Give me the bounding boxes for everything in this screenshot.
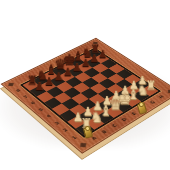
photo-stage: 87654321 ♜♞♝♛♚♝♞♜♟♟♟♟♟♟♟♟♟♟♟♟♟♟♟♟♜♞♝♛♚♝♞… [0, 0, 170, 170]
product-photo: 87654321 ♜♞♝♛♚♝♞♜♟♟♟♟♟♟♟♟♟♟♟♟♟♟♟♟♜♞♝♛♚♝♞… [0, 0, 170, 170]
piece-black-pawn: ♟ [31, 81, 47, 92]
frame-corner-ornament [165, 88, 170, 94]
square-f4 [99, 78, 116, 88]
frame-corner-ornament [78, 141, 89, 149]
brass-clasp-knob [138, 101, 144, 107]
brass-clasp-knob [84, 125, 90, 131]
